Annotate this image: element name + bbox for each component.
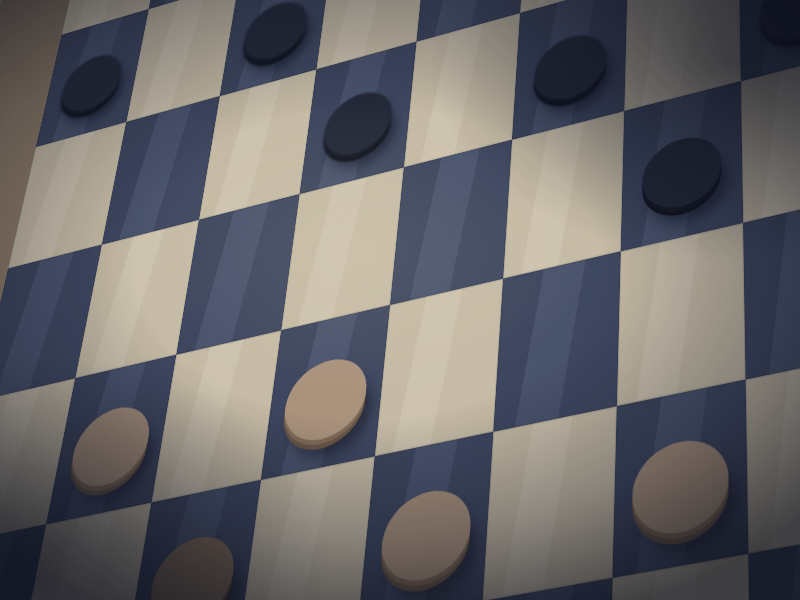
checker-dark-man[interactable]: ● [315, 68, 401, 166]
board-square[interactable] [493, 251, 620, 431]
checker-dark-man[interactable]: ● [235, 0, 317, 71]
checker-dark-man[interactable]: ● [636, 111, 727, 220]
photo-stage: ●●●●●●●●●●●● [0, 0, 800, 600]
board-square[interactable]: ● [358, 432, 493, 600]
board-frame: ●●●●●●●●●●●● [0, 0, 800, 600]
board-square[interactable] [746, 352, 800, 554]
checker-light-man[interactable]: ● [138, 507, 248, 600]
checker-light-man[interactable]: ● [274, 330, 378, 453]
checker-dark-man[interactable]: ● [52, 33, 134, 122]
board-square[interactable]: ● [261, 305, 390, 480]
checker-light-man[interactable]: ● [761, 560, 800, 600]
board-square[interactable]: ● [612, 380, 748, 578]
checker-dark-man[interactable]: ● [527, 10, 613, 111]
checker-light-man[interactable]: ● [60, 379, 164, 498]
checker-light-man[interactable]: ● [624, 408, 736, 547]
board-square[interactable] [482, 406, 616, 600]
board-square[interactable] [375, 279, 503, 457]
board-square[interactable] [617, 223, 746, 406]
board-3d-wrap: ●●●●●●●●●●●● [0, 0, 800, 600]
checker-dark-man[interactable]: ● [753, 0, 800, 52]
board-square[interactable]: ● [621, 81, 743, 251]
board-grid: ●●●●●●●●●●●● [0, 0, 800, 600]
board-square[interactable] [743, 193, 800, 379]
checker-light-man[interactable]: ● [371, 459, 481, 593]
